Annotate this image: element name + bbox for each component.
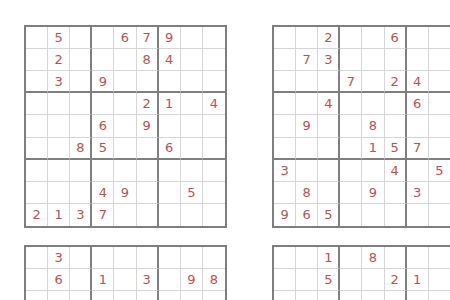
cell-r3c3 [70,71,92,93]
cell-r8c5: 9 [362,182,384,204]
cell-r4c4 [92,93,114,115]
cell-r3c1 [274,291,296,300]
cell-r4c9: 4 [203,93,225,115]
cell-r3c5 [362,71,384,93]
cell-r1c9 [203,27,225,49]
cell-r2c9 [203,49,225,71]
cell-r7c7 [407,160,429,182]
cell-r3c6: 2 [385,71,407,93]
sudoku-sheet: { "game": "sudoku", "sheet": { "descript… [0,0,450,300]
cell-r9c7 [407,204,429,226]
cell-r3c4: 9 [92,71,114,93]
cell-r2c8 [429,49,450,71]
cell-r6c2 [296,138,318,160]
cell-r4c3 [70,93,92,115]
cell-r2c1 [26,49,48,71]
cell-r5c3 [318,115,340,137]
cell-r3c5 [362,291,384,300]
cell-r8c3 [318,182,340,204]
cell-r5c7 [407,115,429,137]
cell-r9c7 [159,204,181,226]
cell-r2c5 [114,269,136,291]
cell-r1c3 [70,247,92,269]
cell-r3c4 [340,291,362,300]
cell-r6c5: 1 [362,138,384,160]
cell-r2c7 [159,269,181,291]
cell-r2c1 [274,49,296,71]
cell-r2c1 [26,269,48,291]
cell-r9c9 [203,204,225,226]
cell-r4c1 [26,93,48,115]
cell-r6c2 [48,138,70,160]
cell-r9c1: 9 [274,204,296,226]
cell-r6c3: 8 [70,138,92,160]
sudoku-grid-bottom-right: 18521 [272,245,450,300]
cell-r8c2 [48,182,70,204]
cell-r8c7: 3 [407,182,429,204]
cell-r2c4 [92,49,114,71]
cell-r7c2 [296,160,318,182]
cell-r2c6: 2 [385,269,407,291]
cell-r3c3 [318,291,340,300]
cell-r1c5: 6 [114,27,136,49]
cell-r8c5: 9 [114,182,136,204]
cell-r5c9 [203,115,225,137]
cell-r1c8 [181,247,203,269]
cell-r9c6 [385,204,407,226]
cell-r3c5 [114,291,136,300]
cell-r2c4 [340,269,362,291]
cell-r1c3: 1 [318,247,340,269]
cell-r5c8 [429,115,450,137]
cell-r3c9 [203,291,225,300]
cell-r2c8 [429,269,450,291]
cell-r7c6 [137,160,159,182]
cell-r5c1 [26,115,48,137]
cell-r4c1 [274,93,296,115]
cell-r6c1 [26,138,48,160]
cell-r6c6: 5 [385,138,407,160]
cell-r8c2: 8 [296,182,318,204]
cell-r1c5 [114,247,136,269]
cell-r3c7 [159,291,181,300]
cell-r2c4 [340,49,362,71]
cell-r8c3 [70,182,92,204]
cell-r2c2: 2 [48,49,70,71]
cell-r7c1: 3 [274,160,296,182]
cell-r5c6 [385,115,407,137]
cell-r6c9 [203,138,225,160]
cell-r2c1 [274,269,296,291]
cell-r3c1 [26,71,48,93]
cell-r6c8 [429,138,450,160]
cell-r2c7: 1 [407,269,429,291]
cell-r8c4 [340,182,362,204]
cell-r7c2 [48,160,70,182]
cell-r3c6 [385,291,407,300]
cell-r7c5 [114,160,136,182]
cell-r4c2 [296,93,318,115]
cell-r7c4 [340,160,362,182]
cell-r7c5 [362,160,384,182]
cell-r1c3: 2 [318,27,340,49]
cell-r4c6 [385,93,407,115]
cell-r1c1 [274,247,296,269]
cell-r3c9 [203,71,225,93]
cell-r1c4 [340,247,362,269]
cell-r1c2 [296,27,318,49]
cell-r5c2: 9 [296,115,318,137]
cell-r8c1 [274,182,296,204]
cell-r5c4: 6 [92,115,114,137]
cell-r1c9 [203,247,225,269]
cell-r6c3 [318,138,340,160]
cell-r7c4 [92,160,114,182]
cell-r5c8 [181,115,203,137]
cell-r2c8: 9 [181,269,203,291]
cell-r1c1 [26,247,48,269]
cell-r1c2: 3 [48,247,70,269]
cell-r8c4: 4 [92,182,114,204]
cell-r2c9: 8 [203,269,225,291]
cell-r5c4 [340,115,362,137]
cell-r1c1 [26,27,48,49]
cell-r1c8 [181,27,203,49]
cell-r2c8 [181,49,203,71]
cell-r2c6: 8 [137,49,159,71]
cell-r8c9 [203,182,225,204]
cell-r2c5 [362,269,384,291]
cell-r1c7 [159,247,181,269]
cell-r2c2: 7 [296,49,318,71]
cell-r1c2 [296,247,318,269]
cell-r1c4 [340,27,362,49]
cell-r2c7 [407,49,429,71]
cell-r1c6 [385,247,407,269]
cell-r2c5 [362,49,384,71]
cell-r3c3 [70,291,92,300]
cell-r1c7 [407,27,429,49]
cell-r3c4 [92,291,114,300]
cell-r3c2 [296,291,318,300]
cell-r3c8 [429,291,450,300]
cell-r3c7: 4 [407,71,429,93]
cell-r6c6 [137,138,159,160]
cell-r3c2 [296,71,318,93]
cell-r3c8 [429,71,450,93]
cell-r5c1 [274,115,296,137]
cell-r7c8 [181,160,203,182]
cell-r6c4 [340,138,362,160]
cell-r7c6: 4 [385,160,407,182]
cell-r9c8 [181,204,203,226]
cell-r8c7 [159,182,181,204]
cell-r9c2: 6 [296,204,318,226]
cell-r6c5 [114,138,136,160]
cell-r2c3 [70,49,92,71]
cell-r1c4 [92,27,114,49]
cell-r3c8 [181,291,203,300]
cell-r6c7: 7 [407,138,429,160]
cell-r9c4 [340,204,362,226]
cell-r7c3 [318,160,340,182]
cell-r3c7 [407,291,429,300]
cell-r4c7: 1 [159,93,181,115]
cell-r9c6 [137,204,159,226]
cell-r3c6 [137,71,159,93]
cell-r2c2 [296,269,318,291]
cell-r5c6: 9 [137,115,159,137]
sudoku-grid-top-right: 26737244698157345893965 [272,25,450,228]
cell-r3c5 [114,71,136,93]
cell-r5c3 [70,115,92,137]
cell-r3c6 [137,291,159,300]
cell-r6c1 [274,138,296,160]
cell-r8c6 [385,182,407,204]
cell-r2c6 [385,49,407,71]
cell-r1c2: 5 [48,27,70,49]
sudoku-grid-top-left: 567928439214698564952137 [24,25,227,228]
cell-r3c3 [318,71,340,93]
cell-r9c5 [362,204,384,226]
cell-r3c1 [26,291,48,300]
cell-r4c6: 2 [137,93,159,115]
cell-r9c4: 7 [92,204,114,226]
cell-r3c2 [48,291,70,300]
cell-r2c3: 5 [318,269,340,291]
cell-r5c2 [48,115,70,137]
cell-r4c4 [340,93,362,115]
cell-r1c8 [429,27,450,49]
cell-r9c3: 3 [70,204,92,226]
cell-r9c2: 1 [48,204,70,226]
cell-r2c3: 3 [318,49,340,71]
cell-r4c3: 4 [318,93,340,115]
cell-r2c7: 4 [159,49,181,71]
cell-r9c5 [114,204,136,226]
cell-r6c4: 5 [92,138,114,160]
cell-r1c5 [362,27,384,49]
cell-r2c6: 3 [137,269,159,291]
cell-r7c9 [203,160,225,182]
cell-r7c8: 5 [429,160,450,182]
cell-r4c5 [362,93,384,115]
cell-r4c8 [181,93,203,115]
cell-r7c7 [159,160,181,182]
cell-r2c4: 1 [92,269,114,291]
cell-r5c5 [114,115,136,137]
cell-r8c6 [137,182,159,204]
cell-r2c2: 6 [48,269,70,291]
cell-r1c6: 7 [137,27,159,49]
cell-r8c8: 5 [181,182,203,204]
cell-r2c5 [114,49,136,71]
cell-r6c7: 6 [159,138,181,160]
cell-r1c4 [92,247,114,269]
cell-r1c6: 6 [385,27,407,49]
cell-r4c7: 6 [407,93,429,115]
cell-r5c5: 8 [362,115,384,137]
cell-r1c6 [137,247,159,269]
cell-r5c7 [159,115,181,137]
cell-r4c8 [429,93,450,115]
cell-r1c5: 8 [362,247,384,269]
cell-r8c8 [429,182,450,204]
cell-r3c7 [159,71,181,93]
cell-r1c7: 9 [159,27,181,49]
cell-r8c1 [26,182,48,204]
sudoku-grid-bottom-left: 361398 [24,245,227,300]
cell-r1c3 [70,27,92,49]
cell-r3c2: 3 [48,71,70,93]
cell-r4c5 [114,93,136,115]
cell-r3c1 [274,71,296,93]
cell-r9c1: 2 [26,204,48,226]
cell-r1c7 [407,247,429,269]
cell-r4c2 [48,93,70,115]
cell-r7c3 [70,160,92,182]
cell-r9c3: 5 [318,204,340,226]
cell-r7c1 [26,160,48,182]
cell-r6c8 [181,138,203,160]
cell-r1c8 [429,247,450,269]
cell-r1c1 [274,27,296,49]
cell-r3c8 [181,71,203,93]
cell-r9c8 [429,204,450,226]
cell-r3c4: 7 [340,71,362,93]
cell-r2c3 [70,269,92,291]
